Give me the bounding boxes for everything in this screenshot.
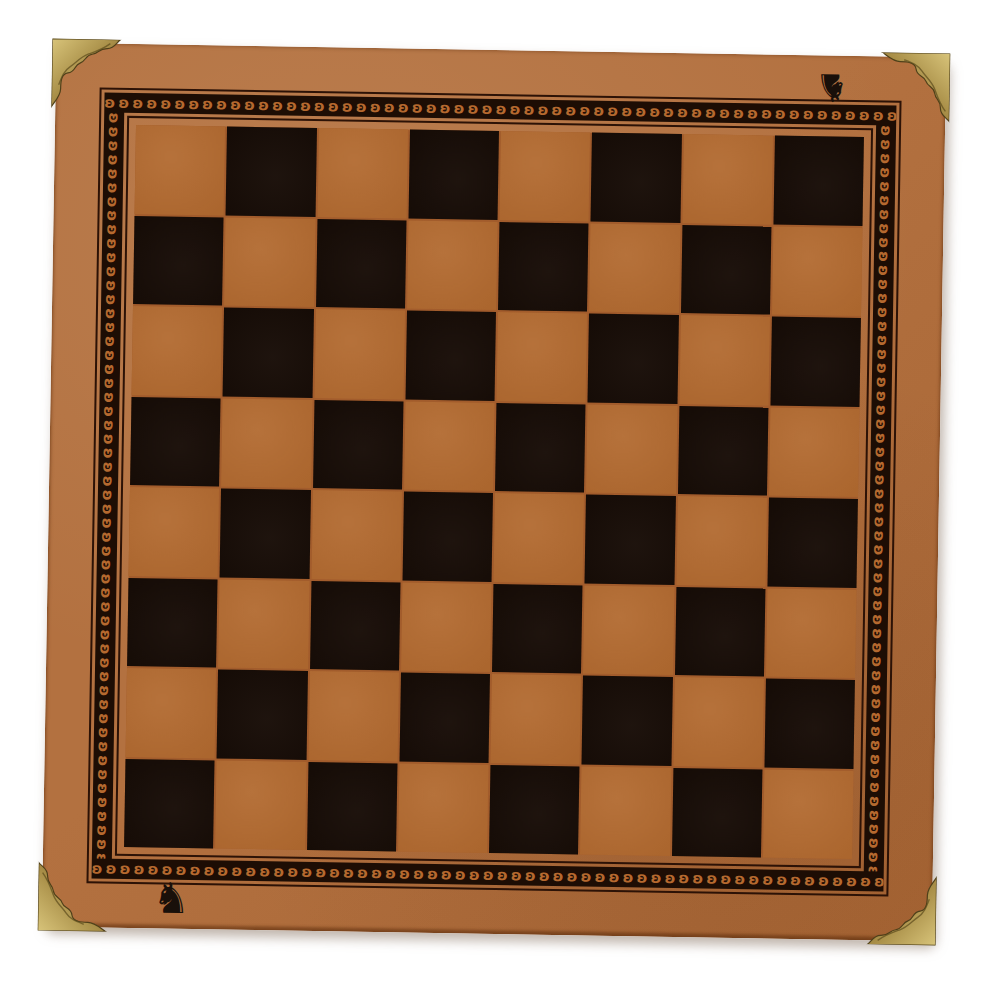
knight-emblem-bottom-left: ♞ [149, 875, 194, 922]
board-square [220, 488, 311, 578]
board-square [586, 404, 677, 494]
board-square [495, 403, 586, 493]
brass-corner-guard-top-right-icon [873, 52, 950, 129]
board-square [310, 580, 401, 670]
board-square [135, 125, 226, 215]
board-square [402, 492, 493, 582]
board-square [133, 216, 224, 306]
board-square [580, 766, 671, 856]
board-square [308, 671, 399, 761]
board-square [588, 314, 679, 404]
board-square [494, 493, 585, 583]
board-square [491, 674, 582, 764]
board-square [773, 136, 864, 226]
board-square [311, 490, 402, 580]
board-square [770, 317, 861, 407]
brass-corner-guard-bottom-left-icon [38, 855, 115, 932]
board-square [585, 495, 676, 585]
board-square [405, 311, 496, 401]
board-square [398, 763, 489, 853]
board-square [492, 584, 583, 674]
board-square [497, 312, 588, 402]
board-square [769, 407, 860, 497]
board-square [218, 579, 309, 669]
board-square [764, 679, 855, 769]
board-square [677, 406, 768, 496]
brass-corner-guard-top-left-icon [51, 39, 128, 116]
board-square [682, 134, 773, 224]
board-square [498, 222, 589, 312]
board-square [500, 131, 591, 221]
chessboard-mat: ʚʚʚʚʚʚʚʚʚʚʚʚʚʚʚʚʚʚʚʚʚʚʚʚʚʚʚʚʚʚʚʚʚʚʚʚʚʚʚʚ… [42, 43, 947, 942]
board-square [130, 396, 221, 486]
board-square [680, 225, 771, 315]
board-square [404, 401, 495, 491]
board-square [772, 226, 863, 316]
board-square [124, 758, 215, 848]
board-square [583, 585, 674, 675]
board-square [489, 764, 580, 854]
board-square [217, 669, 308, 759]
board-square [408, 130, 499, 220]
board-square [679, 315, 770, 405]
board-grid [124, 125, 864, 859]
board-square [317, 128, 408, 218]
board-square [224, 217, 315, 307]
board-square [673, 677, 764, 767]
board-square [127, 577, 218, 667]
board-square [763, 769, 854, 859]
board-square [767, 498, 858, 588]
board-square [589, 223, 680, 313]
board-square [316, 219, 407, 309]
photo-background: ʚʚʚʚʚʚʚʚʚʚʚʚʚʚʚʚʚʚʚʚʚʚʚʚʚʚʚʚʚʚʚʚʚʚʚʚʚʚʚʚ… [0, 0, 1000, 1000]
board-square [314, 309, 405, 399]
board-square [671, 768, 762, 858]
board-square [215, 760, 306, 850]
board-square [591, 133, 682, 223]
brass-corner-guard-bottom-right-icon [860, 868, 937, 945]
board-square [132, 306, 223, 396]
board-square [676, 496, 767, 586]
board-square [126, 668, 217, 758]
board-square [226, 127, 317, 217]
board-square [401, 582, 492, 672]
board-square [407, 220, 498, 310]
board-square [313, 400, 404, 490]
board-square [129, 487, 220, 577]
knight-emblem-top-right: ♞ [809, 66, 854, 109]
board-square [221, 398, 312, 488]
board-square [766, 588, 857, 678]
board-square [307, 761, 398, 851]
board-square [582, 676, 673, 766]
board-square [399, 672, 490, 762]
board-square [223, 308, 314, 398]
board-square [674, 587, 765, 677]
